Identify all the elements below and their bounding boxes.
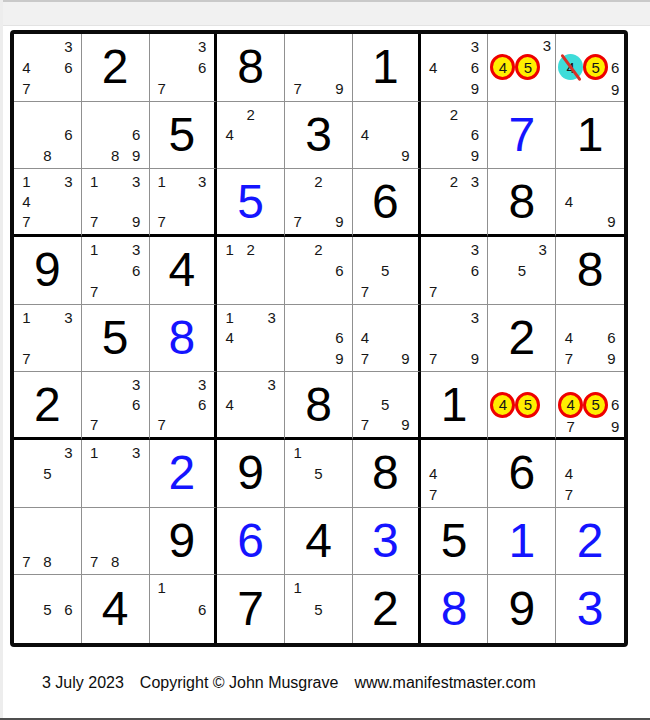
candidate: 3 (471, 39, 479, 54)
mark-pos-8 (444, 281, 465, 302)
cell-r6c3[interactable]: 367 (150, 372, 218, 440)
candidate: 7 (158, 417, 166, 432)
cell-r2c7[interactable]: 269 (421, 102, 489, 170)
candidate: 3 (471, 174, 479, 189)
mark-pos-9 (329, 620, 350, 641)
cell-r5c2[interactable]: 5 (82, 305, 150, 373)
mark-pos-2 (579, 307, 600, 328)
mark-pos-8 (375, 281, 395, 302)
cell-r5c5[interactable]: 69 (285, 305, 353, 373)
candidate: 9 (401, 148, 409, 163)
given-digit: 2 (102, 43, 129, 91)
mark-pos-6: 6 (126, 395, 147, 415)
candidate: 5 (314, 466, 322, 481)
mark-pos-8 (375, 415, 395, 435)
cell-r7c5[interactable]: 15 (285, 440, 353, 508)
mark-pos-9: 9 (395, 145, 415, 166)
cell-r6c1[interactable]: 2 (14, 372, 82, 440)
footer-url-link[interactable]: www.manifestmaster.com (354, 674, 535, 691)
mark-pos-6 (395, 260, 415, 281)
candidate: 6 (607, 330, 615, 345)
mark-pos-6 (261, 125, 282, 146)
entered-digit: 7 (508, 111, 535, 159)
cell-r5c1[interactable]: 137 (14, 305, 82, 373)
mark-pos-9 (395, 281, 415, 302)
cell-r9c7[interactable]: 8 (421, 575, 489, 643)
cell-r2c1[interactable]: 68 (14, 102, 82, 170)
cell-r7c9[interactable]: 47 (556, 440, 624, 508)
pencil-marks: 137 (16, 307, 79, 370)
candidate: 7 (22, 554, 30, 569)
mark-pos-9: 9 (465, 78, 486, 99)
cell-r8c9[interactable]: 2 (556, 508, 624, 576)
mark-pos-7 (355, 145, 375, 166)
mark-pos-9 (58, 78, 79, 99)
mark-pos-9 (261, 145, 282, 166)
mark-pos-4 (152, 192, 172, 212)
candidate: 3 (64, 39, 72, 54)
mark-pos-6 (395, 328, 415, 349)
cell-r1c7[interactable]: 3469 (421, 34, 489, 102)
cell-r1c1[interactable]: 3467 (14, 34, 82, 102)
mark-pos-2 (515, 36, 540, 54)
mark-pos-9 (126, 281, 147, 302)
mark-pos-4 (287, 192, 308, 212)
cell-r8c8[interactable]: 1 (488, 508, 556, 576)
mark-pos-8 (240, 281, 261, 302)
cell-r2c2[interactable]: 689 (82, 102, 150, 170)
mark-pos-9 (261, 281, 282, 302)
mark-pos-3: 3 (126, 239, 147, 260)
mark-pos-7 (490, 281, 511, 302)
cell-r4c4[interactable]: 12 (217, 237, 285, 305)
mark-pos-4: 4 (423, 57, 444, 78)
mark-pos-8 (583, 80, 608, 98)
cell-r1c6[interactable]: 1 (353, 34, 421, 102)
cell-r9c6[interactable]: 2 (353, 575, 421, 643)
candidate: 3 (471, 242, 479, 257)
mark-pos-8 (375, 348, 395, 369)
cell-r3c5[interactable]: 279 (285, 169, 353, 237)
candidate: 7 (158, 214, 166, 229)
mark-pos-2 (37, 36, 58, 57)
given-digit: 2 (508, 314, 535, 362)
candidate: 3 (132, 242, 140, 257)
cell-r8c1[interactable]: 78 (14, 508, 82, 576)
mark-pos-5: 5 (37, 599, 58, 620)
mark-pos-5 (240, 395, 261, 415)
entered-digit: 2 (169, 449, 196, 497)
candidate: 7 (361, 417, 369, 432)
candidate: 7 (90, 554, 98, 569)
mark-pos-3 (329, 577, 350, 598)
cell-r2c8[interactable]: 7 (488, 102, 556, 170)
mark-pos-5 (579, 192, 600, 212)
mark-pos-3 (58, 510, 79, 531)
mark-pos-4: 4 (355, 125, 375, 146)
given-digit: 8 (372, 449, 399, 497)
pencil-marks: 134 (219, 307, 282, 370)
candidate: 3 (539, 242, 547, 257)
cell-r8c2[interactable]: 78 (82, 508, 150, 576)
mark-pos-3: 3 (540, 36, 553, 54)
given-digit: 4 (169, 246, 196, 294)
mark-pos-5 (444, 57, 465, 78)
cell-r9c1[interactable]: 56 (14, 575, 82, 643)
candidate: 7 (293, 214, 301, 229)
mark-pos-9: 9 (329, 348, 350, 369)
mark-pos-8 (172, 415, 192, 435)
cell-r5c8[interactable]: 2 (488, 305, 556, 373)
sudoku-page: 3467236787913469345456968689524349269711… (0, 0, 650, 720)
mark-pos-1: 1 (84, 239, 105, 260)
mark-pos-5 (240, 260, 261, 281)
candidate: 5 (43, 466, 51, 481)
candidate: 5 (381, 397, 389, 412)
mark-pos-8 (240, 348, 261, 369)
candidate: 6 (64, 60, 72, 75)
cell-r5c7[interactable]: 379 (421, 305, 489, 373)
mark-pos-1 (16, 104, 37, 125)
mark-pos-2 (105, 510, 126, 531)
given-digit: 5 (441, 517, 468, 565)
mark-pos-1 (287, 36, 308, 57)
mark-pos-8 (105, 484, 126, 505)
cell-r1c5[interactable]: 79 (285, 34, 353, 102)
mark-pos-5 (240, 328, 261, 349)
cell-r3c8[interactable]: 8 (488, 169, 556, 237)
mark-pos-6 (601, 192, 622, 212)
mark-pos-3 (261, 104, 282, 125)
candidate: 9 (471, 351, 479, 366)
pencil-marks: 78 (16, 510, 79, 573)
candidate: 4 (361, 127, 369, 142)
cell-r7c4[interactable]: 9 (217, 440, 285, 508)
cell-r7c2[interactable]: 13 (82, 440, 150, 508)
mark-pos-2 (375, 374, 395, 394)
mark-pos-2 (308, 307, 329, 328)
cell-r5c9[interactable]: 4679 (556, 305, 624, 373)
cell-r7c6[interactable]: 8 (353, 440, 421, 508)
candidate: 1 (90, 174, 98, 189)
mark-pos-7 (219, 348, 240, 369)
cell-r1c9[interactable]: 4569 (556, 34, 624, 102)
candidate: 9 (132, 214, 140, 229)
mark-pos-6 (532, 260, 553, 281)
mark-pos-7: 7 (558, 484, 579, 505)
cell-r6c2[interactable]: 367 (82, 372, 150, 440)
cell-r1c8[interactable]: 345 (488, 34, 556, 102)
mark-pos-5 (37, 192, 58, 212)
mark-pos-6: 6 (126, 125, 147, 146)
candidate-circled: 4 (558, 392, 583, 418)
mark-pos-4 (490, 260, 511, 281)
cell-r3c3[interactable]: 137 (150, 169, 218, 237)
mark-pos-9 (192, 212, 212, 232)
mark-pos-7 (16, 620, 37, 641)
mark-pos-1: 1 (152, 577, 172, 598)
mark-pos-5 (37, 328, 58, 349)
cell-r6c4[interactable]: 34 (217, 372, 285, 440)
mark-pos-6 (329, 463, 350, 484)
cell-r8c6[interactable]: 3 (353, 508, 421, 576)
mark-pos-7: 7 (152, 78, 172, 99)
mark-pos-3: 3 (58, 36, 79, 57)
mark-pos-2 (105, 104, 126, 125)
mark-pos-4 (423, 192, 444, 212)
window-top-band (0, 0, 650, 26)
footer-credits: 3 July 2023Copyright © John Musgravewww.… (42, 674, 536, 692)
mark-pos-3: 3 (58, 171, 79, 191)
mark-pos-4 (287, 57, 308, 78)
mark-pos-6: 6 (601, 328, 622, 349)
mark-pos-6 (540, 54, 553, 80)
cell-r8c5[interactable]: 4 (285, 508, 353, 576)
mark-pos-3 (329, 36, 350, 57)
cell-r1c2[interactable]: 2 (82, 34, 150, 102)
cell-r4c9[interactable]: 8 (556, 237, 624, 305)
mark-pos-2: 2 (308, 171, 329, 191)
mark-pos-4 (355, 260, 375, 281)
cell-r4c8[interactable]: 35 (488, 237, 556, 305)
mark-pos-8 (105, 415, 126, 435)
mark-pos-9 (58, 620, 79, 641)
cell-r4c2[interactable]: 1367 (82, 237, 150, 305)
mark-pos-4: 4 (558, 54, 583, 80)
given-digit: 8 (508, 178, 535, 226)
cell-r5c3[interactable]: 8 (150, 305, 218, 373)
mark-pos-1: 1 (219, 307, 240, 328)
mark-pos-2: 2 (444, 104, 465, 125)
mark-pos-8 (444, 212, 465, 232)
mark-pos-3 (395, 104, 415, 125)
mark-pos-3 (395, 307, 415, 328)
mark-pos-8 (583, 418, 608, 435)
mark-pos-2 (444, 239, 465, 260)
cell-r1c3[interactable]: 367 (150, 34, 218, 102)
mark-pos-6 (261, 260, 282, 281)
mark-pos-9: 9 (329, 78, 350, 99)
cell-r3c4[interactable]: 5 (217, 169, 285, 237)
pencil-marks: 35 (16, 442, 79, 505)
cell-r4c7[interactable]: 367 (421, 237, 489, 305)
candidate: 4 (565, 330, 573, 345)
mark-pos-8 (308, 78, 329, 99)
cell-r4c6[interactable]: 57 (353, 237, 421, 305)
mark-pos-3 (601, 442, 622, 463)
mark-pos-7: 7 (84, 551, 105, 572)
mark-pos-7: 7 (16, 212, 37, 232)
mark-pos-3: 3 (261, 307, 282, 328)
cell-r3c1[interactable]: 1347 (14, 169, 82, 237)
mark-pos-2 (444, 307, 465, 328)
candidate: 3 (543, 38, 551, 53)
cell-r9c4[interactable]: 7 (217, 575, 285, 643)
cell-r7c1[interactable]: 35 (14, 440, 82, 508)
given-digit: 4 (305, 517, 332, 565)
pencil-marks: 367 (152, 374, 213, 435)
cell-r8c4[interactable]: 6 (217, 508, 285, 576)
cell-r8c3[interactable]: 9 (150, 508, 218, 576)
mark-pos-2: 2 (444, 171, 465, 191)
cell-r7c8[interactable]: 6 (488, 440, 556, 508)
cell-r2c5[interactable]: 3 (285, 102, 353, 170)
mark-pos-9: 9 (601, 212, 622, 232)
cell-r6c8[interactable]: 45 (488, 372, 556, 440)
mark-pos-1 (287, 239, 308, 260)
mark-pos-3: 3 (58, 442, 79, 463)
cell-r3c9[interactable]: 49 (556, 169, 624, 237)
mark-pos-7 (287, 620, 308, 641)
mark-pos-7: 7 (423, 281, 444, 302)
mark-pos-5 (37, 125, 58, 146)
cell-r4c3[interactable]: 4 (150, 237, 218, 305)
cell-r9c5[interactable]: 15 (285, 575, 353, 643)
mark-pos-2 (172, 374, 192, 394)
cell-r3c2[interactable]: 1379 (82, 169, 150, 237)
pencil-marks: 13 (84, 442, 147, 505)
mark-pos-2 (105, 374, 126, 394)
cell-r2c6[interactable]: 49 (353, 102, 421, 170)
pencil-marks: 79 (287, 36, 350, 99)
given-digit: 2 (372, 585, 399, 633)
cell-r5c4[interactable]: 134 (217, 305, 285, 373)
mark-pos-4 (84, 463, 105, 484)
candidate: 4 (429, 466, 437, 481)
cell-r8c7[interactable]: 5 (421, 508, 489, 576)
mark-pos-6: 6 (192, 599, 212, 620)
mark-pos-8 (37, 212, 58, 232)
mark-pos-2 (172, 36, 192, 57)
mark-pos-7: 7 (423, 348, 444, 369)
given-digit: 5 (102, 314, 129, 362)
candidate: 9 (611, 82, 619, 97)
mark-pos-4: 4 (219, 395, 240, 415)
candidate: 7 (361, 351, 369, 366)
candidate-circled: 5 (515, 54, 540, 80)
mark-pos-7 (219, 145, 240, 166)
candidate: 7 (361, 284, 369, 299)
mark-pos-6 (540, 392, 553, 418)
mark-pos-5 (444, 328, 465, 349)
pencil-marks: 367 (152, 36, 213, 99)
mark-pos-1 (355, 307, 375, 328)
cell-r1c4[interactable]: 8 (217, 34, 285, 102)
mark-pos-9 (261, 415, 282, 435)
mark-pos-3: 3 (192, 171, 212, 191)
cell-r5c6[interactable]: 479 (353, 305, 421, 373)
pencil-marks: 367 (423, 239, 486, 302)
mark-pos-5 (444, 463, 465, 484)
candidate: 3 (132, 377, 140, 392)
mark-pos-9 (58, 484, 79, 505)
pencil-marks: 345 (490, 36, 553, 99)
mark-pos-6 (329, 599, 350, 620)
cell-r4c1[interactable]: 9 (14, 237, 82, 305)
entered-digit: 5 (237, 178, 264, 226)
cell-r9c8[interactable]: 9 (488, 575, 556, 643)
mark-pos-5 (172, 192, 192, 212)
cell-r4c5[interactable]: 26 (285, 237, 353, 305)
given-digit: 7 (237, 585, 264, 633)
cell-r2c4[interactable]: 24 (217, 102, 285, 170)
mark-pos-5 (308, 260, 329, 281)
candidate: 6 (611, 60, 619, 75)
cell-r2c3[interactable]: 5 (150, 102, 218, 170)
candidate: 7 (90, 214, 98, 229)
mark-pos-9 (58, 145, 79, 166)
mark-pos-7: 7 (355, 281, 375, 302)
mark-pos-5 (308, 192, 329, 212)
mark-pos-8 (308, 281, 329, 302)
mark-pos-2 (105, 171, 126, 191)
candidate: 1 (293, 445, 301, 460)
cell-r6c6[interactable]: 579 (353, 372, 421, 440)
cell-r3c6[interactable]: 6 (353, 169, 421, 237)
entered-digit: 1 (508, 517, 535, 565)
mark-pos-9 (540, 80, 553, 98)
candidate: 7 (22, 81, 30, 96)
mark-pos-6: 6 (329, 328, 350, 349)
mark-pos-7 (490, 418, 515, 435)
candidate: 4 (22, 194, 30, 209)
candidate: 5 (518, 263, 526, 278)
mark-pos-6 (395, 395, 415, 415)
cell-r9c2[interactable]: 4 (82, 575, 150, 643)
cell-r3c7[interactable]: 23 (421, 169, 489, 237)
candidate: 1 (226, 242, 234, 257)
mark-pos-7 (84, 484, 105, 505)
mark-pos-6: 6 (608, 54, 622, 80)
cell-r6c7[interactable]: 1 (421, 372, 489, 440)
mark-pos-3 (465, 442, 486, 463)
mark-pos-7: 7 (84, 281, 105, 302)
cell-r7c3[interactable]: 2 (150, 440, 218, 508)
mark-pos-9: 9 (126, 145, 147, 166)
candidate: 9 (471, 81, 479, 96)
mark-pos-1 (558, 307, 579, 328)
cell-r6c5[interactable]: 8 (285, 372, 353, 440)
mark-pos-2 (172, 577, 192, 598)
mark-pos-8 (308, 212, 329, 232)
mark-pos-9 (465, 212, 486, 232)
mark-pos-2 (308, 442, 329, 463)
given-digit: 2 (34, 381, 61, 429)
mark-pos-3: 3 (126, 442, 147, 463)
mark-pos-1 (16, 577, 37, 598)
mark-pos-3: 3 (465, 36, 486, 57)
mark-pos-9 (329, 281, 350, 302)
mark-pos-3: 3 (465, 307, 486, 328)
candidate: 8 (111, 554, 119, 569)
mark-pos-6 (261, 328, 282, 349)
mark-pos-6 (126, 463, 147, 484)
cell-r6c9[interactable]: 45679 (556, 372, 624, 440)
mark-pos-1 (423, 442, 444, 463)
mark-pos-6 (601, 463, 622, 484)
candidate: 9 (401, 417, 409, 432)
mark-pos-5 (105, 260, 126, 281)
candidate: 3 (132, 174, 140, 189)
cell-r9c9[interactable]: 3 (556, 575, 624, 643)
cell-r7c7[interactable]: 47 (421, 440, 489, 508)
mark-pos-7 (287, 281, 308, 302)
mark-pos-4: 4 (16, 57, 37, 78)
cell-r2c9[interactable]: 1 (556, 102, 624, 170)
mark-pos-8 (37, 484, 58, 505)
cell-r9c3[interactable]: 16 (150, 575, 218, 643)
candidate: 3 (198, 39, 206, 54)
